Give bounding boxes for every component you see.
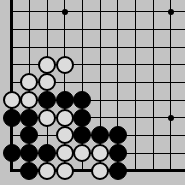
- black-stone[interactable]: [20, 109, 38, 127]
- white-stone[interactable]: [38, 56, 56, 74]
- white-stone[interactable]: [20, 91, 38, 109]
- grid-line-vertical: [153, 0, 154, 172]
- grid-line-vertical: [135, 0, 136, 172]
- grid-line-horizontal: [10, 47, 185, 48]
- black-stone[interactable]: [91, 126, 109, 144]
- go-problem-diagram: [0, 0, 185, 185]
- white-stone[interactable]: [38, 162, 56, 180]
- white-stone[interactable]: [56, 109, 74, 127]
- grid-line-horizontal: [10, 64, 185, 65]
- black-stone[interactable]: [109, 144, 127, 162]
- black-stone[interactable]: [20, 162, 38, 180]
- black-stone[interactable]: [56, 91, 74, 109]
- black-stone[interactable]: [38, 144, 56, 162]
- black-stone[interactable]: [73, 126, 91, 144]
- white-stone[interactable]: [56, 56, 74, 74]
- star-point: [168, 115, 174, 121]
- grid-line-horizontal: [10, 11, 185, 12]
- black-stone[interactable]: [73, 91, 91, 109]
- black-stone[interactable]: [20, 126, 38, 144]
- white-stone[interactable]: [91, 144, 109, 162]
- white-stone[interactable]: [56, 126, 74, 144]
- white-stone[interactable]: [56, 162, 74, 180]
- white-stone[interactable]: [38, 73, 56, 91]
- black-stone[interactable]: [38, 91, 56, 109]
- white-stone[interactable]: [38, 109, 56, 127]
- white-stone[interactable]: [56, 144, 74, 162]
- black-stone[interactable]: [20, 144, 38, 162]
- white-stone[interactable]: [73, 144, 91, 162]
- white-stone[interactable]: [20, 73, 38, 91]
- black-stone[interactable]: [3, 109, 21, 127]
- white-stone[interactable]: [91, 162, 109, 180]
- star-point: [168, 9, 174, 15]
- grid-line-horizontal: [10, 29, 185, 30]
- star-point: [62, 9, 68, 15]
- black-stone[interactable]: [3, 144, 21, 162]
- black-stone[interactable]: [109, 162, 127, 180]
- go-board[interactable]: [0, 0, 185, 185]
- black-stone[interactable]: [109, 126, 127, 144]
- white-stone[interactable]: [3, 91, 21, 109]
- black-stone[interactable]: [73, 109, 91, 127]
- grid-line-vertical: [170, 0, 171, 172]
